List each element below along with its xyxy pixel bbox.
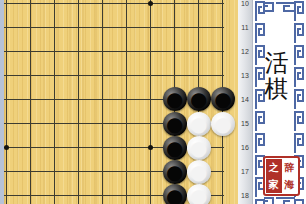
seal-char: 之 bbox=[266, 160, 282, 175]
go-board[interactable]: ●●●●●●●●●●●● bbox=[4, 0, 239, 204]
grid-line-horizontal bbox=[4, 27, 224, 28]
star-point bbox=[148, 145, 153, 150]
grid-line-vertical bbox=[150, 0, 151, 204]
star-point bbox=[148, 1, 153, 6]
publisher-seal: 之 家 辞 海 bbox=[263, 156, 300, 196]
black-stone[interactable]: ● bbox=[163, 160, 187, 184]
row-label: 16 bbox=[238, 143, 252, 152]
black-stone[interactable]: ● bbox=[211, 87, 235, 111]
side-panel: 活 棋 之 家 辞 海 bbox=[253, 0, 306, 204]
black-stone[interactable]: ● bbox=[163, 87, 187, 111]
grid-line-horizontal bbox=[4, 51, 224, 52]
row-coordinate-strip: 101112131415161718 bbox=[238, 0, 253, 204]
grid-line-vertical bbox=[78, 0, 79, 204]
row-label: 15 bbox=[238, 119, 252, 128]
grid-line-vertical bbox=[6, 0, 7, 204]
white-stone[interactable]: ● bbox=[187, 112, 211, 136]
grid-line-vertical bbox=[30, 0, 31, 204]
grid-line-horizontal bbox=[4, 3, 224, 4]
white-stone[interactable]: ● bbox=[187, 136, 211, 160]
row-label: 11 bbox=[238, 23, 252, 32]
white-stone[interactable]: ● bbox=[211, 112, 235, 136]
row-label: 17 bbox=[238, 167, 252, 176]
white-stone[interactable]: ● bbox=[187, 184, 211, 204]
seal-char: 辞 bbox=[282, 160, 298, 175]
grid-line-vertical bbox=[102, 0, 103, 204]
row-label: 18 bbox=[238, 191, 252, 200]
term-char-2: 棋 bbox=[250, 76, 303, 102]
grid-line-vertical bbox=[126, 0, 127, 204]
black-stone[interactable]: ● bbox=[163, 184, 187, 204]
term-title: 活 棋 bbox=[250, 50, 303, 102]
black-stone[interactable]: ● bbox=[163, 112, 187, 136]
row-label: 10 bbox=[238, 0, 252, 8]
grid-line-vertical bbox=[54, 0, 55, 204]
seal-char: 海 bbox=[282, 177, 298, 192]
seal-char: 家 bbox=[266, 177, 282, 192]
screenshot-root: ●●●●●●●●●●●● 101112131415161718 活 棋 之 bbox=[0, 0, 306, 204]
grid-line-horizontal bbox=[4, 75, 224, 76]
seal-right-column: 辞 海 bbox=[282, 159, 298, 193]
seal-left-column: 之 家 bbox=[266, 159, 282, 193]
black-stone[interactable]: ● bbox=[163, 136, 187, 160]
white-stone[interactable]: ● bbox=[187, 160, 211, 184]
term-char-1: 活 bbox=[250, 50, 303, 76]
black-stone[interactable]: ● bbox=[187, 87, 211, 111]
star-point bbox=[4, 145, 9, 150]
